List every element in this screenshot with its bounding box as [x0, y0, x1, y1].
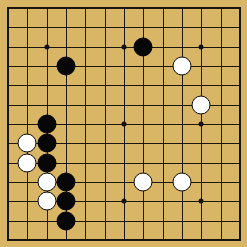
stone-black-D3[interactable] — [57, 192, 76, 211]
stone-white-H4[interactable] — [134, 173, 153, 192]
stone-black-C5[interactable] — [38, 154, 57, 173]
stones-layer — [8, 8, 240, 240]
stone-white-C3[interactable] — [38, 192, 57, 211]
stone-white-K4[interactable] — [173, 173, 192, 192]
stone-black-H11[interactable] — [134, 38, 153, 57]
go-board[interactable] — [0, 0, 247, 247]
grid-line-h-13 — [8, 240, 240, 241]
stone-black-D4[interactable] — [57, 173, 76, 192]
stone-black-C6[interactable] — [38, 134, 57, 153]
stone-white-L8[interactable] — [192, 96, 211, 115]
stone-white-B6[interactable] — [18, 134, 37, 153]
grid-line-v-13 — [240, 8, 241, 240]
stone-black-D2[interactable] — [57, 212, 76, 231]
stone-white-C4[interactable] — [38, 173, 57, 192]
stone-white-K10[interactable] — [173, 57, 192, 76]
stone-black-D10[interactable] — [57, 57, 76, 76]
stone-white-B5[interactable] — [18, 154, 37, 173]
stone-black-C7[interactable] — [38, 115, 57, 134]
